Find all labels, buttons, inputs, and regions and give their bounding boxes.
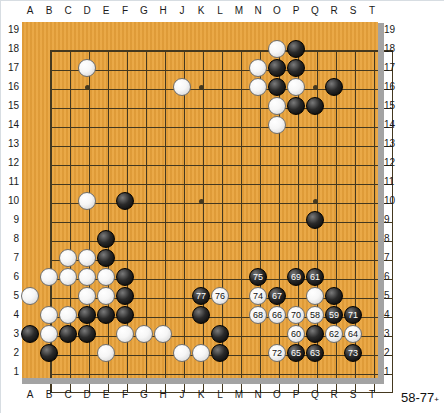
move-75-black-stone-N6: 75: [249, 268, 267, 286]
black-stone-Q15: [306, 97, 324, 115]
move-73-black-stone-S2: 73: [344, 344, 362, 362]
row-label-right-9: 9: [384, 215, 390, 225]
row-label-left-17: 17: [8, 63, 19, 73]
row-label-right-6: 6: [384, 272, 390, 282]
move-58-white-stone-Q4: 58: [306, 306, 324, 324]
column-label-bottom-R: R: [330, 390, 337, 400]
white-stone-O14: [268, 116, 286, 134]
row-label-left-6: 6: [13, 272, 19, 282]
column-label-bottom-F: F: [122, 390, 128, 400]
white-stone-E6: [97, 268, 115, 286]
move-range-text: 58-77: [401, 390, 434, 405]
row-label-right-17: 17: [384, 63, 395, 73]
move-59-black-stone-R4: 59: [325, 306, 343, 324]
column-label-top-S: S: [350, 6, 357, 16]
row-label-right-8: 8: [384, 234, 390, 244]
column-label-bottom-O: O: [273, 390, 281, 400]
column-label-top-D: D: [83, 6, 90, 16]
star-point-K16: [199, 85, 204, 90]
move-77-black-stone-K5: 77: [192, 287, 210, 305]
black-stone-C3: [59, 325, 77, 343]
row-label-right-2: 2: [384, 348, 390, 358]
column-label-bottom-B: B: [46, 390, 53, 400]
move-66-white-stone-O4: 66: [268, 306, 286, 324]
black-stone-Q9: [306, 211, 324, 229]
column-label-top-K: K: [198, 6, 205, 16]
move-60-white-stone-P3: 60: [287, 325, 305, 343]
row-label-right-16: 16: [384, 82, 395, 92]
column-label-bottom-E: E: [103, 390, 110, 400]
black-stone-O17: [268, 59, 286, 77]
star-point-Q16: [313, 85, 318, 90]
star-point-D16: [85, 85, 90, 90]
row-label-right-5: 5: [384, 291, 390, 301]
black-stone-F6: [116, 268, 134, 286]
white-stone-P16: [287, 78, 305, 96]
column-label-top-T: T: [369, 6, 375, 16]
move-62-white-stone-R3: 62: [325, 325, 343, 343]
white-stone-O18: [268, 40, 286, 58]
white-stone-O15: [268, 97, 286, 115]
column-label-top-C: C: [64, 6, 71, 16]
black-stone-P17: [287, 59, 305, 77]
black-stone-F10: [116, 192, 134, 210]
white-stone-F3: [116, 325, 134, 343]
column-label-bottom-N: N: [254, 390, 261, 400]
move-63-black-stone-Q2: 63: [306, 344, 324, 362]
row-label-left-19: 19: [8, 25, 19, 35]
black-stone-K4: [192, 306, 210, 324]
black-stone-A3: [21, 325, 39, 343]
column-label-top-Q: Q: [311, 6, 319, 16]
column-label-top-R: R: [330, 6, 337, 16]
white-stone-E2: [97, 344, 115, 362]
move-64-white-stone-S3: 64: [344, 325, 362, 343]
row-label-right-13: 13: [384, 139, 395, 149]
row-label-right-3: 3: [384, 329, 390, 339]
white-stone-N17: [249, 59, 267, 77]
row-label-left-2: 2: [13, 348, 19, 358]
column-label-top-L: L: [217, 6, 223, 16]
black-stone-E7: [97, 249, 115, 267]
row-label-left-1: 1: [13, 367, 19, 377]
white-stone-J2: [173, 344, 191, 362]
move-68-white-stone-N4: 68: [249, 306, 267, 324]
column-label-bottom-H: H: [159, 390, 166, 400]
black-stone-E4: [97, 306, 115, 324]
move-74-white-stone-N5: 74: [249, 287, 267, 305]
white-stone-C7: [59, 249, 77, 267]
column-label-top-O: O: [273, 6, 281, 16]
row-label-right-7: 7: [384, 253, 390, 263]
row-label-right-14: 14: [384, 120, 395, 130]
move-range-caption: 58-77+: [401, 391, 439, 407]
white-stone-C6: [59, 268, 77, 286]
star-point-Q10: [313, 199, 318, 204]
row-label-right-15: 15: [384, 101, 395, 111]
black-stone-L3: [211, 325, 229, 343]
move-range-suffix: +: [434, 395, 439, 404]
white-stone-G3: [135, 325, 153, 343]
row-label-right-12: 12: [384, 158, 395, 168]
column-label-bottom-C: C: [64, 390, 71, 400]
row-label-left-12: 12: [8, 158, 19, 168]
black-stone-F4: [116, 306, 134, 324]
row-label-right-1: 1: [384, 367, 390, 377]
row-label-left-9: 9: [13, 215, 19, 225]
column-label-top-A: A: [27, 6, 34, 16]
white-stone-D6: [78, 268, 96, 286]
black-stone-R5: [325, 287, 343, 305]
row-label-right-19: 19: [384, 25, 395, 35]
board-shadow-bottom: [22, 378, 384, 384]
column-label-top-M: M: [235, 6, 243, 16]
white-stone-K2: [192, 344, 210, 362]
row-label-left-14: 14: [8, 120, 19, 130]
row-label-left-4: 4: [13, 310, 19, 320]
move-61-black-stone-Q6: 61: [306, 268, 324, 286]
column-label-top-F: F: [122, 6, 128, 16]
white-stone-D5: [78, 287, 96, 305]
column-label-bottom-S: S: [350, 390, 357, 400]
black-stone-L2: [211, 344, 229, 362]
move-76-white-stone-L5: 76: [211, 287, 229, 305]
row-label-right-18: 18: [384, 44, 395, 54]
black-stone-B2: [40, 344, 58, 362]
column-label-top-P: P: [293, 6, 300, 16]
black-stone-F5: [116, 287, 134, 305]
black-stone-P18: [287, 40, 305, 58]
move-71-black-stone-S4: 71: [344, 306, 362, 324]
black-stone-O16: [268, 78, 286, 96]
column-label-bottom-K: K: [198, 390, 205, 400]
move-65-black-stone-P2: 65: [287, 344, 305, 362]
black-stone-D3: [78, 325, 96, 343]
move-69-black-stone-P6: 69: [287, 268, 305, 286]
column-label-top-J: J: [180, 6, 185, 16]
white-stone-D7: [78, 249, 96, 267]
row-label-left-13: 13: [8, 139, 19, 149]
column-label-bottom-J: J: [180, 390, 185, 400]
column-label-top-E: E: [103, 6, 110, 16]
column-label-top-G: G: [140, 6, 148, 16]
white-stone-Q5: [306, 287, 324, 305]
black-stone-P15: [287, 97, 305, 115]
column-label-bottom-P: P: [293, 390, 300, 400]
row-label-left-3: 3: [13, 329, 19, 339]
move-70-white-stone-P4: 70: [287, 306, 305, 324]
column-label-top-N: N: [254, 6, 261, 16]
row-label-left-16: 16: [8, 82, 19, 92]
row-label-left-18: 18: [8, 44, 19, 54]
white-stone-E5: [97, 287, 115, 305]
column-label-bottom-D: D: [83, 390, 90, 400]
white-stone-H3: [154, 325, 172, 343]
row-label-left-7: 7: [13, 253, 19, 263]
column-label-bottom-G: G: [140, 390, 148, 400]
row-label-left-11: 11: [9, 177, 19, 187]
row-label-left-5: 5: [13, 291, 19, 301]
white-stone-J16: [173, 78, 191, 96]
column-label-bottom-L: L: [217, 390, 223, 400]
black-stone-E8: [97, 230, 115, 248]
column-label-top-H: H: [159, 6, 166, 16]
white-stone-B3: [40, 325, 58, 343]
move-67-black-stone-O5: 67: [268, 287, 286, 305]
white-stone-N16: [249, 78, 267, 96]
column-label-bottom-T: T: [369, 390, 375, 400]
black-stone-Q3: [306, 325, 324, 343]
row-label-left-15: 15: [8, 101, 19, 111]
white-stone-D17: [78, 59, 96, 77]
row-label-right-4: 4: [384, 310, 390, 320]
row-label-left-10: 10: [8, 196, 19, 206]
white-stone-C4: [59, 306, 77, 324]
white-stone-A5: [21, 287, 39, 305]
black-stone-R16: [325, 78, 343, 96]
row-label-right-11: 11: [384, 177, 394, 187]
black-stone-D4: [78, 306, 96, 324]
column-label-bottom-A: A: [27, 390, 34, 400]
column-label-top-B: B: [46, 6, 53, 16]
row-label-left-8: 8: [13, 234, 19, 244]
column-label-bottom-M: M: [235, 390, 243, 400]
column-label-bottom-Q: Q: [311, 390, 319, 400]
go-game-diagram: AABBCCDDEEFFGGHHJJKKLLMMNNOOPPQQRRSSTT19…: [0, 0, 444, 413]
row-label-right-10: 10: [384, 196, 395, 206]
star-point-K10: [199, 199, 204, 204]
white-stone-B6: [40, 268, 58, 286]
white-stone-B4: [40, 306, 58, 324]
white-stone-D10: [78, 192, 96, 210]
move-72-white-stone-O2: 72: [268, 344, 286, 362]
